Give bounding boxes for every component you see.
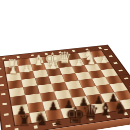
square-d5 [65,80,82,89]
square-b6 [96,84,114,94]
chess-board: ♜♞♝♚♛♝♞♜♟♟♟♟♟♟♟♟♟♟♟♟♟♟♟♟♜♞♝♚♛♝♞♜ [0,45,130,130]
square-f8: ♝ [45,109,64,121]
square-a4 [101,69,118,77]
board-grid: ♜♞♝♚♛♝♞♜♟♟♟♟♟♟♟♟♟♟♟♟♟♟♟♟♜♞♝♚♛♝♞♜ [4,50,130,125]
black-bishop: ♝ [50,120,66,126]
black-rook: ♜ [129,99,130,113]
chess-set-photo: ♜♞♝♚♛♝♞♜♟♟♟♟♟♟♟♟♟♟♟♟♟♟♟♟♜♞♝♚♛♝♞♜ [0,0,130,130]
black-rook: ♜ [18,115,31,129]
square-f3 [33,70,49,79]
square-e5 [51,82,68,92]
